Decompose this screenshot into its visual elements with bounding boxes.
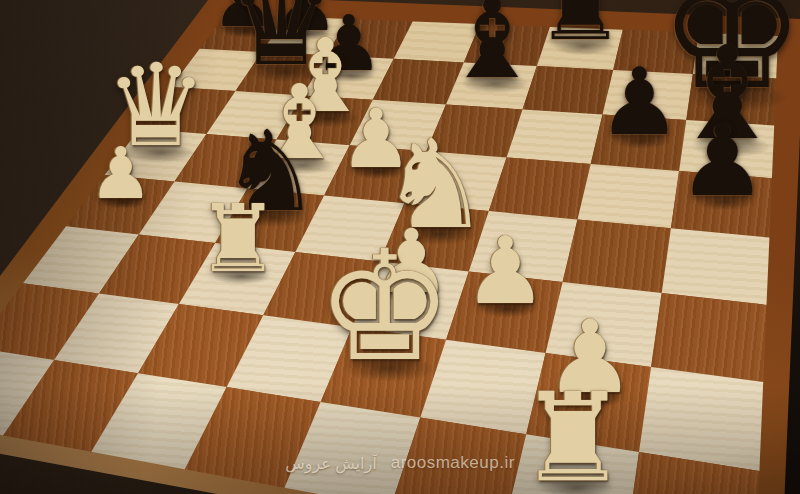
white-rook-c3[interactable]: ♜: [187, 192, 290, 285]
black-pawn-h5[interactable]: ♟: [668, 111, 777, 211]
white-rook-g1[interactable]: ♜: [506, 377, 641, 494]
white-king-e2[interactable]: ♚: [301, 230, 469, 383]
white-pawn-f3[interactable]: ♟: [454, 225, 556, 318]
chess-photo-scene: ♟♟♜♛♟♝♚♝♟♝♛♝♟♟♟♞♞♜♟♟♚♟♜ آرایش عروس aroos…: [0, 0, 800, 494]
black-bishop-e7[interactable]: ♝: [432, 0, 553, 94]
white-pawn-a4[interactable]: ♟: [82, 138, 161, 209]
